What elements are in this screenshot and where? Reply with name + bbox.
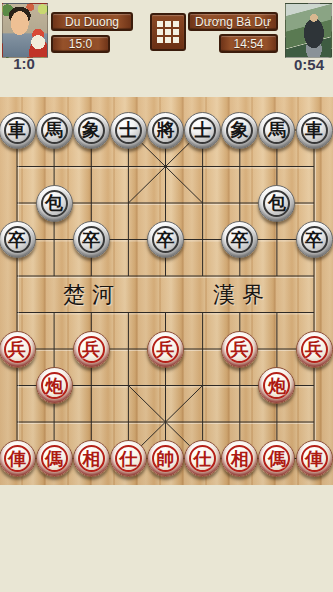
- player-time-right-label: 14:54: [233, 37, 263, 51]
- player-name-left: Du Duong: [51, 12, 133, 31]
- piece-glyph: 車: [8, 121, 26, 139]
- piece-black-車[interactable]: 車: [0, 112, 36, 149]
- player-name-left-label: Du Duong: [65, 15, 119, 29]
- player-name-right-label: Dương Bá Dự: [195, 15, 271, 29]
- piece-ring: 馬: [263, 117, 290, 144]
- xiangqi-board[interactable]: 楚河 漢界 車馬象士將士象馬車包包卒卒卒卒卒兵兵兵兵兵炮炮俥傌相仕帥仕相傌俥: [0, 97, 333, 485]
- piece-black-將[interactable]: 將: [147, 112, 184, 149]
- river-label-left: 楚河: [50, 280, 134, 310]
- piece-black-卒[interactable]: 卒: [73, 221, 110, 258]
- piece-black-車[interactable]: 車: [296, 112, 333, 149]
- piece-glyph: 卒: [231, 231, 249, 249]
- piece-red-仕[interactable]: 仕: [110, 440, 147, 477]
- piece-ring: 卒: [152, 226, 179, 253]
- piece-glyph: 炮: [45, 377, 63, 395]
- piece-red-兵[interactable]: 兵: [296, 331, 333, 368]
- piece-ring: 馬: [41, 117, 68, 144]
- piece-glyph: 馬: [45, 121, 63, 139]
- piece-black-卒[interactable]: 卒: [296, 221, 333, 258]
- piece-glyph: 兵: [82, 340, 100, 358]
- player-score-right: 0:54: [289, 56, 329, 73]
- piece-glyph: 兵: [305, 340, 323, 358]
- piece-red-炮[interactable]: 炮: [36, 367, 73, 404]
- piece-red-仕[interactable]: 仕: [184, 440, 221, 477]
- grid-icon: [157, 21, 179, 43]
- piece-glyph: 象: [82, 121, 100, 139]
- piece-glyph: 傌: [268, 450, 286, 468]
- piece-red-俥[interactable]: 俥: [296, 440, 333, 477]
- piece-ring: 卒: [226, 226, 253, 253]
- player-time-left: 15:0: [51, 35, 110, 53]
- piece-glyph: 卒: [82, 231, 100, 249]
- piece-black-卒[interactable]: 卒: [0, 221, 36, 258]
- piece-ring: 包: [263, 190, 290, 217]
- piece-ring: 帥: [152, 445, 179, 472]
- piece-red-兵[interactable]: 兵: [147, 331, 184, 368]
- piece-ring: 傌: [263, 445, 290, 472]
- piece-ring: 傌: [41, 445, 68, 472]
- piece-black-士[interactable]: 士: [110, 112, 147, 149]
- player-name-right: Dương Bá Dự: [188, 12, 278, 31]
- xiangqi-app: Du Duong 15:0 1:0 Dương Bá Dự 14:54 0:54…: [0, 0, 333, 592]
- player-score-left: 1:0: [6, 55, 42, 72]
- piece-glyph: 將: [157, 121, 175, 139]
- piece-glyph: 士: [194, 121, 212, 139]
- piece-ring: 相: [226, 445, 253, 472]
- piece-red-兵[interactable]: 兵: [0, 331, 36, 368]
- piece-black-馬[interactable]: 馬: [258, 112, 295, 149]
- piece-black-士[interactable]: 士: [184, 112, 221, 149]
- piece-ring: 士: [115, 117, 142, 144]
- piece-glyph: 炮: [268, 377, 286, 395]
- piece-black-象[interactable]: 象: [221, 112, 258, 149]
- piece-glyph: 馬: [268, 121, 286, 139]
- piece-ring: 兵: [301, 336, 328, 363]
- piece-ring: 車: [301, 117, 328, 144]
- piece-ring: 卒: [301, 226, 328, 253]
- piece-ring: 仕: [115, 445, 142, 472]
- piece-glyph: 包: [268, 194, 286, 212]
- piece-red-兵[interactable]: 兵: [73, 331, 110, 368]
- piece-glyph: 兵: [231, 340, 249, 358]
- piece-ring: 兵: [226, 336, 253, 363]
- piece-glyph: 兵: [157, 340, 175, 358]
- piece-ring: 兵: [4, 336, 31, 363]
- piece-ring: 兵: [152, 336, 179, 363]
- player-time-left-label: 15:0: [69, 37, 92, 51]
- piece-ring: 炮: [41, 372, 68, 399]
- piece-ring: 象: [78, 117, 105, 144]
- piece-red-俥[interactable]: 俥: [0, 440, 36, 477]
- piece-ring: 兵: [78, 336, 105, 363]
- piece-ring: 將: [152, 117, 179, 144]
- piece-ring: 卒: [78, 226, 105, 253]
- piece-ring: 俥: [301, 445, 328, 472]
- player-avatar-left[interactable]: [2, 3, 48, 58]
- player-time-right: 14:54: [219, 34, 278, 53]
- piece-glyph: 俥: [8, 450, 26, 468]
- piece-glyph: 卒: [157, 231, 175, 249]
- piece-ring: 卒: [4, 226, 31, 253]
- piece-glyph: 傌: [45, 450, 63, 468]
- piece-ring: 士: [189, 117, 216, 144]
- piece-glyph: 仕: [194, 450, 212, 468]
- piece-black-象[interactable]: 象: [73, 112, 110, 149]
- piece-ring: 車: [4, 117, 31, 144]
- piece-ring: 仕: [189, 445, 216, 472]
- piece-glyph: 卒: [305, 231, 323, 249]
- piece-red-相[interactable]: 相: [73, 440, 110, 477]
- piece-black-卒[interactable]: 卒: [147, 221, 184, 258]
- piece-glyph: 俥: [305, 450, 323, 468]
- river-label-right: 漢界: [200, 280, 284, 310]
- piece-glyph: 仕: [119, 450, 137, 468]
- piece-ring: 俥: [4, 445, 31, 472]
- piece-red-傌[interactable]: 傌: [36, 440, 73, 477]
- piece-glyph: 兵: [8, 340, 26, 358]
- piece-glyph: 士: [119, 121, 137, 139]
- piece-ring: 包: [41, 190, 68, 217]
- piece-glyph: 相: [82, 450, 100, 468]
- piece-ring: 炮: [263, 372, 290, 399]
- piece-black-包[interactable]: 包: [258, 185, 295, 222]
- piece-black-馬[interactable]: 馬: [36, 112, 73, 149]
- piece-glyph: 帥: [157, 450, 175, 468]
- piece-glyph: 象: [231, 121, 249, 139]
- piece-red-帥[interactable]: 帥: [147, 440, 184, 477]
- piece-glyph: 車: [305, 121, 323, 139]
- piece-glyph: 相: [231, 450, 249, 468]
- piece-black-包[interactable]: 包: [36, 185, 73, 222]
- piece-glyph: 卒: [8, 231, 26, 249]
- piece-ring: 象: [226, 117, 253, 144]
- piece-ring: 相: [78, 445, 105, 472]
- piece-red-兵[interactable]: 兵: [221, 331, 258, 368]
- menu-grid-button[interactable]: [150, 13, 186, 51]
- player-avatar-right[interactable]: [285, 3, 332, 58]
- piece-glyph: 包: [45, 194, 63, 212]
